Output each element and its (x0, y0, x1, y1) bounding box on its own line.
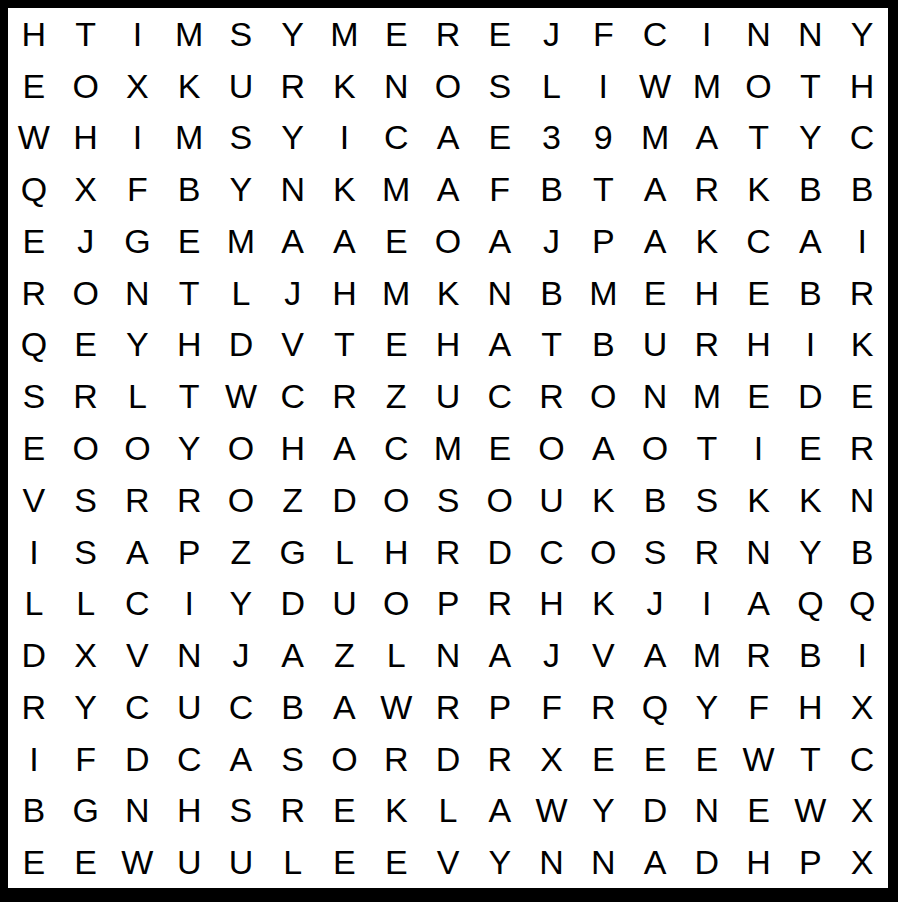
cell-r12c12[interactable]: K (577, 577, 629, 629)
cell-r6c13[interactable]: E (629, 267, 681, 319)
cell-r1c8[interactable]: E (370, 8, 422, 60)
cell-r16c14[interactable]: N (681, 784, 733, 836)
cell-r13c9[interactable]: N (422, 629, 474, 681)
cell-r2c12[interactable]: I (577, 60, 629, 112)
cell-r17c11[interactable]: N (526, 836, 578, 888)
cell-r17c1[interactable]: E (8, 836, 60, 888)
cell-r8c10[interactable]: C (474, 370, 526, 422)
cell-r14c14[interactable]: Y (681, 681, 733, 733)
cell-r11c7[interactable]: L (319, 526, 371, 578)
cell-r14c2[interactable]: Y (60, 681, 112, 733)
cell-r9c2[interactable]: O (60, 422, 112, 474)
cell-r1c10[interactable]: E (474, 8, 526, 60)
cell-r7c1[interactable]: Q (8, 319, 60, 371)
cell-r17c17[interactable]: X (836, 836, 888, 888)
cell-r5c8[interactable]: E (370, 215, 422, 267)
cell-r15c6[interactable]: S (267, 733, 319, 785)
cell-r10c2[interactable]: S (60, 474, 112, 526)
cell-r14c17[interactable]: X (836, 681, 888, 733)
cell-r11c8[interactable]: H (370, 526, 422, 578)
cell-r1c13[interactable]: C (629, 8, 681, 60)
cell-r10c10[interactable]: O (474, 474, 526, 526)
cell-r16c17[interactable]: X (836, 784, 888, 836)
cell-r8c6[interactable]: C (267, 370, 319, 422)
cell-r14c9[interactable]: R (422, 681, 474, 733)
cell-r17c7[interactable]: E (319, 836, 371, 888)
cell-r14c3[interactable]: C (112, 681, 164, 733)
cell-r11c12[interactable]: O (577, 526, 629, 578)
cell-r17c3[interactable]: W (112, 836, 164, 888)
cell-r8c11[interactable]: R (526, 370, 578, 422)
cell-r2c10[interactable]: S (474, 60, 526, 112)
cell-r6c16[interactable]: B (784, 267, 836, 319)
cell-r15c5[interactable]: A (215, 733, 267, 785)
cell-r12c8[interactable]: O (370, 577, 422, 629)
cell-r2c13[interactable]: W (629, 60, 681, 112)
cell-r16c3[interactable]: N (112, 784, 164, 836)
cell-r9c14[interactable]: T (681, 422, 733, 474)
cell-r2c11[interactable]: L (526, 60, 578, 112)
cell-r8c13[interactable]: N (629, 370, 681, 422)
cell-r12c5[interactable]: Y (215, 577, 267, 629)
letter-grid: HTIMSYMEREJFCINNYEOXKURKNOSLIWMOTHWHIMSY… (8, 8, 888, 888)
cell-r16c8[interactable]: K (370, 784, 422, 836)
cell-r3c15[interactable]: T (733, 112, 785, 164)
cell-r6c10[interactable]: N (474, 267, 526, 319)
cell-r5c1[interactable]: E (8, 215, 60, 267)
cell-r8c3[interactable]: L (112, 370, 164, 422)
cell-r17c8[interactable]: E (370, 836, 422, 888)
cell-r11c5[interactable]: Z (215, 526, 267, 578)
cell-r13c7[interactable]: Z (319, 629, 371, 681)
cell-r9c10[interactable]: E (474, 422, 526, 474)
cell-r9c13[interactable]: O (629, 422, 681, 474)
cell-r11c6[interactable]: G (267, 526, 319, 578)
cell-r10c16[interactable]: K (784, 474, 836, 526)
cell-r1c9[interactable]: R (422, 8, 474, 60)
cell-r13c8[interactable]: L (370, 629, 422, 681)
cell-r12c4[interactable]: I (163, 577, 215, 629)
cell-r9c11[interactable]: O (526, 422, 578, 474)
cell-r5c13[interactable]: A (629, 215, 681, 267)
cell-r12c9[interactable]: P (422, 577, 474, 629)
cell-r15c7[interactable]: O (319, 733, 371, 785)
cell-r6c4[interactable]: T (163, 267, 215, 319)
cell-r7c6[interactable]: V (267, 319, 319, 371)
cell-r16c15[interactable]: E (733, 784, 785, 836)
cell-r8c9[interactable]: U (422, 370, 474, 422)
cell-r15c1[interactable]: I (8, 733, 60, 785)
cell-r17c13[interactable]: A (629, 836, 681, 888)
cell-r15c3[interactable]: D (112, 733, 164, 785)
cell-r1c16[interactable]: N (784, 8, 836, 60)
cell-r10c1[interactable]: V (8, 474, 60, 526)
cell-r2c17[interactable]: H (836, 60, 888, 112)
cell-r12c7[interactable]: U (319, 577, 371, 629)
cell-r10c11[interactable]: U (526, 474, 578, 526)
cell-r6c9[interactable]: K (422, 267, 474, 319)
cell-r2c3[interactable]: X (112, 60, 164, 112)
cell-r3c7[interactable]: I (319, 112, 371, 164)
cell-r6c14[interactable]: H (681, 267, 733, 319)
cell-r5c17[interactable]: I (836, 215, 888, 267)
cell-r10c8[interactable]: O (370, 474, 422, 526)
cell-r15c10[interactable]: R (474, 733, 526, 785)
cell-r7c10[interactable]: A (474, 319, 526, 371)
cell-r13c16[interactable]: B (784, 629, 836, 681)
cell-r14c15[interactable]: F (733, 681, 785, 733)
cell-r3c6[interactable]: Y (267, 112, 319, 164)
cell-r8c7[interactable]: R (319, 370, 371, 422)
cell-r16c16[interactable]: W (784, 784, 836, 836)
cell-r1c17[interactable]: Y (836, 8, 888, 60)
cell-r9c8[interactable]: C (370, 422, 422, 474)
cell-r10c6[interactable]: Z (267, 474, 319, 526)
cell-r5c16[interactable]: A (784, 215, 836, 267)
cell-r6c7[interactable]: H (319, 267, 371, 319)
cell-r15c12[interactable]: E (577, 733, 629, 785)
cell-r1c12[interactable]: F (577, 8, 629, 60)
cell-r10c4[interactable]: R (163, 474, 215, 526)
cell-r4c12[interactable]: T (577, 163, 629, 215)
cell-r11c13[interactable]: S (629, 526, 681, 578)
cell-r4c5[interactable]: Y (215, 163, 267, 215)
cell-r7c14[interactable]: R (681, 319, 733, 371)
cell-r7c17[interactable]: K (836, 319, 888, 371)
cell-r17c5[interactable]: U (215, 836, 267, 888)
cell-r12c17[interactable]: Q (836, 577, 888, 629)
cell-r8c1[interactable]: S (8, 370, 60, 422)
cell-r13c6[interactable]: A (267, 629, 319, 681)
cell-r12c16[interactable]: Q (784, 577, 836, 629)
cell-r4c14[interactable]: R (681, 163, 733, 215)
cell-r15c9[interactable]: D (422, 733, 474, 785)
cell-r13c4[interactable]: N (163, 629, 215, 681)
cell-r5c4[interactable]: E (163, 215, 215, 267)
cell-r15c13[interactable]: E (629, 733, 681, 785)
cell-r6c3[interactable]: N (112, 267, 164, 319)
cell-r9c9[interactable]: M (422, 422, 474, 474)
cell-r12c13[interactable]: J (629, 577, 681, 629)
cell-r2c1[interactable]: E (8, 60, 60, 112)
cell-r4c1[interactable]: Q (8, 163, 60, 215)
cell-r3c10[interactable]: E (474, 112, 526, 164)
cell-r17c14[interactable]: D (681, 836, 733, 888)
cell-r2c8[interactable]: N (370, 60, 422, 112)
cell-r14c6[interactable]: B (267, 681, 319, 733)
cell-r4c15[interactable]: K (733, 163, 785, 215)
cell-r3c2[interactable]: H (60, 112, 112, 164)
cell-r10c12[interactable]: K (577, 474, 629, 526)
cell-r14c16[interactable]: H (784, 681, 836, 733)
word-search-board: HTIMSYMEREJFCINNYEOXKURKNOSLIWMOTHWHIMSY… (0, 0, 898, 902)
cell-r12c10[interactable]: R (474, 577, 526, 629)
cell-r8c5[interactable]: W (215, 370, 267, 422)
cell-r1c3[interactable]: I (112, 8, 164, 60)
cell-r7c15[interactable]: H (733, 319, 785, 371)
cell-r11c17[interactable]: B (836, 526, 888, 578)
cell-r1c2[interactable]: T (60, 8, 112, 60)
cell-r3c13[interactable]: M (629, 112, 681, 164)
cell-r9c3[interactable]: O (112, 422, 164, 474)
cell-r13c13[interactable]: A (629, 629, 681, 681)
cell-r16c2[interactable]: G (60, 784, 112, 836)
cell-r16c13[interactable]: D (629, 784, 681, 836)
cell-r16c7[interactable]: E (319, 784, 371, 836)
cell-r1c4[interactable]: M (163, 8, 215, 60)
cell-r6c15[interactable]: E (733, 267, 785, 319)
cell-r8c14[interactable]: M (681, 370, 733, 422)
cell-r2c5[interactable]: U (215, 60, 267, 112)
cell-r17c10[interactable]: Y (474, 836, 526, 888)
cell-r12c3[interactable]: C (112, 577, 164, 629)
cell-r3c1[interactable]: W (8, 112, 60, 164)
cell-r11c14[interactable]: R (681, 526, 733, 578)
cell-r17c12[interactable]: N (577, 836, 629, 888)
cell-r8c16[interactable]: D (784, 370, 836, 422)
cell-r4c8[interactable]: M (370, 163, 422, 215)
cell-r2c16[interactable]: T (784, 60, 836, 112)
cell-r7c4[interactable]: H (163, 319, 215, 371)
cell-r4c13[interactable]: A (629, 163, 681, 215)
cell-r12c14[interactable]: I (681, 577, 733, 629)
cell-r13c10[interactable]: A (474, 629, 526, 681)
cell-r8c15[interactable]: E (733, 370, 785, 422)
cell-r9c16[interactable]: E (784, 422, 836, 474)
cell-r9c17[interactable]: R (836, 422, 888, 474)
cell-r9c1[interactable]: E (8, 422, 60, 474)
cell-r17c9[interactable]: V (422, 836, 474, 888)
cell-r17c16[interactable]: P (784, 836, 836, 888)
cell-r4c2[interactable]: X (60, 163, 112, 215)
cell-r5c2[interactable]: J (60, 215, 112, 267)
cell-r17c15[interactable]: H (733, 836, 785, 888)
cell-r12c11[interactable]: H (526, 577, 578, 629)
cell-r13c1[interactable]: D (8, 629, 60, 681)
cell-r1c5[interactable]: S (215, 8, 267, 60)
cell-r5c14[interactable]: K (681, 215, 733, 267)
cell-r9c6[interactable]: H (267, 422, 319, 474)
cell-r13c2[interactable]: X (60, 629, 112, 681)
cell-r2c2[interactable]: O (60, 60, 112, 112)
cell-r16c5[interactable]: S (215, 784, 267, 836)
cell-r11c2[interactable]: S (60, 526, 112, 578)
cell-r4c11[interactable]: B (526, 163, 578, 215)
cell-r15c17[interactable]: C (836, 733, 888, 785)
cell-r14c11[interactable]: F (526, 681, 578, 733)
cell-r4c3[interactable]: F (112, 163, 164, 215)
cell-r2c7[interactable]: K (319, 60, 371, 112)
cell-r5c12[interactable]: P (577, 215, 629, 267)
cell-r3c16[interactable]: Y (784, 112, 836, 164)
cell-r6c12[interactable]: M (577, 267, 629, 319)
cell-r6c2[interactable]: O (60, 267, 112, 319)
cell-r10c13[interactable]: B (629, 474, 681, 526)
cell-r5c9[interactable]: O (422, 215, 474, 267)
cell-r1c1[interactable]: H (8, 8, 60, 60)
cell-r7c2[interactable]: E (60, 319, 112, 371)
cell-r4c17[interactable]: B (836, 163, 888, 215)
cell-r14c10[interactable]: P (474, 681, 526, 733)
cell-r10c17[interactable]: N (836, 474, 888, 526)
cell-r13c5[interactable]: J (215, 629, 267, 681)
cell-r6c8[interactable]: M (370, 267, 422, 319)
cell-r5c3[interactable]: G (112, 215, 164, 267)
cell-r13c11[interactable]: J (526, 629, 578, 681)
cell-r6c17[interactable]: R (836, 267, 888, 319)
cell-r4c7[interactable]: K (319, 163, 371, 215)
cell-r11c15[interactable]: N (733, 526, 785, 578)
cell-r10c9[interactable]: S (422, 474, 474, 526)
cell-r7c9[interactable]: H (422, 319, 474, 371)
cell-r1c11[interactable]: J (526, 8, 578, 60)
cell-r11c11[interactable]: C (526, 526, 578, 578)
cell-r16c11[interactable]: W (526, 784, 578, 836)
cell-r3c4[interactable]: M (163, 112, 215, 164)
cell-r10c7[interactable]: D (319, 474, 371, 526)
cell-r1c15[interactable]: N (733, 8, 785, 60)
cell-r4c4[interactable]: B (163, 163, 215, 215)
cell-r3c3[interactable]: I (112, 112, 164, 164)
cell-r14c8[interactable]: W (370, 681, 422, 733)
cell-r6c5[interactable]: L (215, 267, 267, 319)
cell-r14c5[interactable]: C (215, 681, 267, 733)
cell-r11c16[interactable]: Y (784, 526, 836, 578)
cell-r2c14[interactable]: M (681, 60, 733, 112)
cell-r15c8[interactable]: R (370, 733, 422, 785)
cell-r5c7[interactable]: A (319, 215, 371, 267)
cell-r12c1[interactable]: L (8, 577, 60, 629)
cell-r7c5[interactable]: D (215, 319, 267, 371)
cell-r8c12[interactable]: O (577, 370, 629, 422)
cell-r3c9[interactable]: A (422, 112, 474, 164)
cell-r5c15[interactable]: C (733, 215, 785, 267)
cell-r10c14[interactable]: S (681, 474, 733, 526)
cell-r8c2[interactable]: R (60, 370, 112, 422)
cell-r14c4[interactable]: U (163, 681, 215, 733)
cell-r2c6[interactable]: R (267, 60, 319, 112)
cell-r9c12[interactable]: A (577, 422, 629, 474)
cell-r10c3[interactable]: R (112, 474, 164, 526)
cell-r7c11[interactable]: T (526, 319, 578, 371)
cell-r15c11[interactable]: X (526, 733, 578, 785)
cell-r13c3[interactable]: V (112, 629, 164, 681)
cell-r3c12[interactable]: 9 (577, 112, 629, 164)
cell-r6c6[interactable]: J (267, 267, 319, 319)
cell-r11c10[interactable]: D (474, 526, 526, 578)
cell-r3c14[interactable]: A (681, 112, 733, 164)
cell-r15c2[interactable]: F (60, 733, 112, 785)
cell-r10c15[interactable]: K (733, 474, 785, 526)
cell-r3c5[interactable]: S (215, 112, 267, 164)
cell-r3c11[interactable]: 3 (526, 112, 578, 164)
cell-r9c7[interactable]: A (319, 422, 371, 474)
cell-r11c9[interactable]: R (422, 526, 474, 578)
cell-r7c13[interactable]: U (629, 319, 681, 371)
cell-r2c4[interactable]: K (163, 60, 215, 112)
cell-r7c3[interactable]: Y (112, 319, 164, 371)
cell-r1c7[interactable]: M (319, 8, 371, 60)
cell-r5c10[interactable]: A (474, 215, 526, 267)
cell-r16c10[interactable]: A (474, 784, 526, 836)
cell-r13c14[interactable]: M (681, 629, 733, 681)
cell-r17c4[interactable]: U (163, 836, 215, 888)
cell-r4c10[interactable]: F (474, 163, 526, 215)
cell-r8c17[interactable]: E (836, 370, 888, 422)
cell-r9c15[interactable]: I (733, 422, 785, 474)
cell-r6c11[interactable]: B (526, 267, 578, 319)
cell-r9c5[interactable]: O (215, 422, 267, 474)
cell-r16c12[interactable]: Y (577, 784, 629, 836)
cell-r1c6[interactable]: Y (267, 8, 319, 60)
cell-r13c15[interactable]: R (733, 629, 785, 681)
cell-r8c8[interactable]: Z (370, 370, 422, 422)
cell-r14c12[interactable]: R (577, 681, 629, 733)
cell-r4c9[interactable]: A (422, 163, 474, 215)
cell-r6c1[interactable]: R (8, 267, 60, 319)
cell-r2c9[interactable]: O (422, 60, 474, 112)
cell-r14c7[interactable]: A (319, 681, 371, 733)
cell-r15c14[interactable]: E (681, 733, 733, 785)
cell-r7c8[interactable]: E (370, 319, 422, 371)
cell-r15c16[interactable]: T (784, 733, 836, 785)
cell-r4c16[interactable]: B (784, 163, 836, 215)
cell-r12c15[interactable]: A (733, 577, 785, 629)
cell-r12c6[interactable]: D (267, 577, 319, 629)
cell-r16c6[interactable]: R (267, 784, 319, 836)
cell-r14c1[interactable]: R (8, 681, 60, 733)
cell-r7c7[interactable]: T (319, 319, 371, 371)
cell-r11c3[interactable]: A (112, 526, 164, 578)
cell-r9c4[interactable]: Y (163, 422, 215, 474)
cell-r13c12[interactable]: V (577, 629, 629, 681)
cell-r11c1[interactable]: I (8, 526, 60, 578)
cell-r16c1[interactable]: B (8, 784, 60, 836)
cell-r16c4[interactable]: H (163, 784, 215, 836)
cell-r8c4[interactable]: T (163, 370, 215, 422)
cell-r1c14[interactable]: I (681, 8, 733, 60)
cell-r7c12[interactable]: B (577, 319, 629, 371)
cell-r17c2[interactable]: E (60, 836, 112, 888)
cell-r15c15[interactable]: W (733, 733, 785, 785)
cell-r4c6[interactable]: N (267, 163, 319, 215)
cell-r5c11[interactable]: J (526, 215, 578, 267)
cell-r17c6[interactable]: L (267, 836, 319, 888)
cell-r3c17[interactable]: C (836, 112, 888, 164)
cell-r15c4[interactable]: C (163, 733, 215, 785)
cell-r5c5[interactable]: M (215, 215, 267, 267)
cell-r16c9[interactable]: L (422, 784, 474, 836)
cell-r7c16[interactable]: I (784, 319, 836, 371)
cell-r10c5[interactable]: O (215, 474, 267, 526)
cell-r13c17[interactable]: I (836, 629, 888, 681)
cell-r14c13[interactable]: Q (629, 681, 681, 733)
cell-r5c6[interactable]: A (267, 215, 319, 267)
cell-r2c15[interactable]: O (733, 60, 785, 112)
cell-r12c2[interactable]: L (60, 577, 112, 629)
cell-r3c8[interactable]: C (370, 112, 422, 164)
cell-r11c4[interactable]: P (163, 526, 215, 578)
